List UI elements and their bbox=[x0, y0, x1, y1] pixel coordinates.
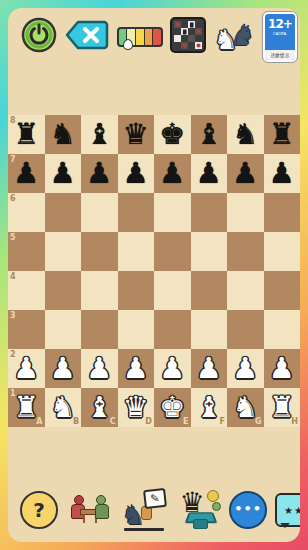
square-a1[interactable]: 1A♜ bbox=[8, 388, 45, 427]
square-g1[interactable]: G♞ bbox=[227, 388, 264, 427]
piece-black-pawn[interactable]: ♟ bbox=[8, 154, 45, 193]
square-e7[interactable]: ♟ bbox=[154, 154, 191, 193]
rate-button[interactable]: ★★ bbox=[275, 493, 300, 527]
help-button[interactable]: ? bbox=[20, 491, 58, 529]
square-e3[interactable] bbox=[154, 310, 191, 349]
square-e4[interactable] bbox=[154, 271, 191, 310]
notation-button[interactable]: ♞ ✎ bbox=[122, 489, 168, 531]
piece-black-pawn[interactable]: ♟ bbox=[81, 154, 118, 193]
piece-black-bishop[interactable]: ♝ bbox=[81, 115, 118, 154]
rank-label-3: 3 bbox=[10, 311, 16, 320]
square-b8[interactable]: ♞ bbox=[45, 115, 82, 154]
square-d6[interactable] bbox=[118, 193, 155, 232]
piece-white-queen[interactable]: ♛ bbox=[118, 388, 155, 427]
square-d3[interactable] bbox=[118, 310, 155, 349]
square-e6[interactable] bbox=[154, 193, 191, 232]
square-g5[interactable] bbox=[227, 232, 264, 271]
square-e2[interactable]: ♟ bbox=[154, 349, 191, 388]
square-f6[interactable] bbox=[191, 193, 228, 232]
piece-black-queen[interactable]: ♛ bbox=[118, 115, 155, 154]
quill-paper-icon: ✎ bbox=[143, 488, 167, 509]
square-f7[interactable]: ♟ bbox=[191, 154, 228, 193]
square-g6[interactable] bbox=[227, 193, 264, 232]
square-b7[interactable]: ♟ bbox=[45, 154, 82, 193]
age-rating-label: 适龄提示 bbox=[271, 52, 290, 58]
square-e8[interactable]: ♚ bbox=[154, 115, 191, 154]
age-rating-badge: 12+ CADPA 适龄提示 bbox=[263, 12, 297, 62]
question-mark-icon: ? bbox=[33, 498, 45, 522]
square-c4[interactable] bbox=[81, 271, 118, 310]
square-d4[interactable] bbox=[118, 271, 155, 310]
square-c6[interactable] bbox=[81, 193, 118, 232]
top-toolbar: ♞ ♞ 12+ CADPA 适龄提示 bbox=[8, 13, 300, 61]
piece-black-rook[interactable]: ♜ bbox=[264, 115, 301, 154]
piece-black-pawn[interactable]: ♟ bbox=[227, 154, 264, 193]
piece-black-knight[interactable]: ♞ bbox=[45, 115, 82, 154]
power-restart-icon bbox=[20, 16, 58, 58]
square-d1[interactable]: D♛ bbox=[118, 388, 155, 427]
square-c5[interactable] bbox=[81, 232, 118, 271]
piece-white-knight[interactable]: ♞ bbox=[45, 388, 82, 427]
square-h5[interactable] bbox=[264, 232, 301, 271]
lightbulb-icon bbox=[207, 490, 219, 502]
piece-white-knight[interactable]: ♞ bbox=[227, 388, 264, 427]
square-g4[interactable] bbox=[227, 271, 264, 310]
square-a7[interactable]: 7♟ bbox=[8, 154, 45, 193]
piece-black-rook[interactable]: ♜ bbox=[8, 115, 45, 154]
level-pointer-icon bbox=[123, 39, 133, 50]
square-h8[interactable]: ♜ bbox=[264, 115, 301, 154]
square-g8[interactable]: ♞ bbox=[227, 115, 264, 154]
rank-label-6: 6 bbox=[10, 194, 16, 203]
piece-white-pawn[interactable]: ♟ bbox=[118, 349, 155, 388]
square-c7[interactable]: ♟ bbox=[81, 154, 118, 193]
two-player-button[interactable] bbox=[66, 492, 114, 528]
rank-label-4: 4 bbox=[10, 272, 16, 281]
stars-icon: ★★ bbox=[284, 505, 300, 516]
square-f5[interactable] bbox=[191, 232, 228, 271]
difficulty-meter[interactable] bbox=[117, 24, 163, 50]
bottom-toolbar: ? ♞ ✎ ♛ bbox=[8, 481, 300, 539]
age-rating-org: CADPA bbox=[273, 32, 287, 36]
piece-white-bishop[interactable]: ♝ bbox=[81, 388, 118, 427]
square-d2[interactable]: ♟ bbox=[118, 349, 155, 388]
square-d7[interactable]: ♟ bbox=[118, 154, 155, 193]
piece-white-rook[interactable]: ♜ bbox=[8, 388, 45, 427]
square-a8[interactable]: 8♜ bbox=[8, 115, 45, 154]
square-g3[interactable] bbox=[227, 310, 264, 349]
square-b5[interactable] bbox=[45, 232, 82, 271]
piece-white-pawn[interactable]: ♟ bbox=[154, 349, 191, 388]
backspace-x-icon bbox=[65, 19, 109, 55]
piece-white-pawn[interactable]: ♟ bbox=[191, 349, 228, 388]
square-g7[interactable]: ♟ bbox=[227, 154, 264, 193]
square-a5[interactable]: 5 bbox=[8, 232, 45, 271]
square-f3[interactable] bbox=[191, 310, 228, 349]
piece-white-bishop[interactable]: ♝ bbox=[191, 388, 228, 427]
board-theme-button[interactable] bbox=[170, 17, 206, 57]
square-b4[interactable] bbox=[45, 271, 82, 310]
square-b3[interactable] bbox=[45, 310, 82, 349]
square-b6[interactable] bbox=[45, 193, 82, 232]
square-e1[interactable]: E♚ bbox=[154, 388, 191, 427]
piece-white-pawn[interactable]: ♟ bbox=[81, 349, 118, 388]
age-rating-text: 12+ bbox=[268, 17, 292, 32]
ellipsis-icon: ••• bbox=[234, 501, 262, 516]
piece-white-pawn[interactable]: ♟ bbox=[8, 349, 45, 388]
restart-button[interactable] bbox=[20, 16, 58, 58]
square-h3[interactable] bbox=[264, 310, 301, 349]
square-f4[interactable] bbox=[191, 271, 228, 310]
square-c8[interactable]: ♝ bbox=[81, 115, 118, 154]
square-a2[interactable]: 2♟ bbox=[8, 349, 45, 388]
chess-board: 8♜♞♝♛♚♝♞♜7♟♟♟♟♟♟♟♟65432♟♟♟♟♟♟♟♟1A♜B♞C♝D♛… bbox=[8, 115, 300, 427]
spark-icon bbox=[212, 502, 221, 511]
square-a3[interactable]: 3 bbox=[8, 310, 45, 349]
square-h2[interactable]: ♟ bbox=[264, 349, 301, 388]
square-b2[interactable]: ♟ bbox=[45, 349, 82, 388]
square-c1[interactable]: C♝ bbox=[81, 388, 118, 427]
piece-white-pawn[interactable]: ♟ bbox=[45, 349, 82, 388]
mini-board-icon bbox=[170, 17, 206, 57]
piece-white-pawn[interactable]: ♟ bbox=[227, 349, 264, 388]
app-panel: ♞ ♞ 12+ CADPA 适龄提示 8♜♞♝♛♚♝♞♜7♟♟♟♟♟♟♟♟654… bbox=[8, 8, 300, 542]
square-h1[interactable]: H♜ bbox=[264, 388, 301, 427]
square-h6[interactable] bbox=[264, 193, 301, 232]
piece-black-pawn[interactable]: ♟ bbox=[264, 154, 301, 193]
undo-button[interactable] bbox=[65, 19, 109, 55]
square-b1[interactable]: B♞ bbox=[45, 388, 82, 427]
piece-black-king[interactable]: ♚ bbox=[154, 115, 191, 154]
square-d5[interactable] bbox=[118, 232, 155, 271]
square-g2[interactable]: ♟ bbox=[227, 349, 264, 388]
piece-black-pawn[interactable]: ♟ bbox=[45, 154, 82, 193]
square-e5[interactable] bbox=[154, 232, 191, 271]
white-knight-icon: ♞ bbox=[214, 24, 238, 56]
square-c2[interactable]: ♟ bbox=[81, 349, 118, 388]
rank-label-5: 5 bbox=[10, 233, 16, 242]
square-a4[interactable]: 4 bbox=[8, 271, 45, 310]
square-h7[interactable]: ♟ bbox=[264, 154, 301, 193]
square-f8[interactable]: ♝ bbox=[191, 115, 228, 154]
square-h4[interactable] bbox=[264, 271, 301, 310]
learn-button[interactable]: ♛ bbox=[175, 488, 221, 532]
square-a6[interactable]: 6 bbox=[8, 193, 45, 232]
piece-white-pawn[interactable]: ♟ bbox=[264, 349, 301, 388]
app-screen: ♞ ♞ 12+ CADPA 适龄提示 8♜♞♝♛♚♝♞♜7♟♟♟♟♟♟♟♟654… bbox=[0, 0, 308, 550]
piece-black-pawn[interactable]: ♟ bbox=[118, 154, 155, 193]
square-d8[interactable]: ♛ bbox=[118, 115, 155, 154]
square-c3[interactable] bbox=[81, 310, 118, 349]
piece-black-bishop[interactable]: ♝ bbox=[191, 115, 228, 154]
more-button[interactable]: ••• bbox=[229, 491, 267, 529]
piece-white-rook[interactable]: ♜ bbox=[264, 388, 301, 427]
piece-black-pawn[interactable]: ♟ bbox=[154, 154, 191, 193]
square-f1[interactable]: F♝ bbox=[191, 388, 228, 427]
square-f2[interactable]: ♟ bbox=[191, 349, 228, 388]
piece-white-king[interactable]: ♚ bbox=[154, 388, 191, 427]
piece-black-knight[interactable]: ♞ bbox=[227, 115, 264, 154]
side-select-button[interactable]: ♞ ♞ bbox=[214, 18, 256, 56]
piece-black-pawn[interactable]: ♟ bbox=[191, 154, 228, 193]
